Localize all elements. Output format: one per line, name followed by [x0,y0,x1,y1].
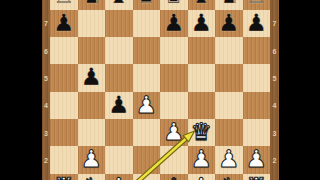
piece-white-king: ♚ [163,174,185,180]
rank-label-3: 3 [270,129,279,136]
square-d4: ♟ [133,92,161,119]
square-a6 [50,37,78,64]
chess-diagram-frame: ♜♞♝♛♚♝♞♜♟♟♟♟♟♟♟♟♟♛♟♟♟♟♜♞♝♚♝♞♜ 87654321 8… [0,0,320,180]
piece-white-rook: ♜ [245,174,267,180]
square-g1: ♞ [215,174,243,180]
piece-white-pawn: ♟ [135,92,157,119]
square-b6 [78,37,106,64]
rank-label-4: 4 [42,102,50,109]
square-c3 [105,119,133,146]
rank-label-2: 2 [42,157,50,164]
rank-label-5: 5 [42,75,50,82]
rank-label-3: 3 [42,129,50,136]
square-g4 [215,92,243,119]
square-h6 [243,37,271,64]
piece-black-pawn: ♟ [163,10,185,37]
square-b4 [78,92,106,119]
square-a5 [50,64,78,91]
square-g7: ♟ [215,10,243,37]
square-b7 [78,10,106,37]
square-a8: ♜ [50,0,78,10]
square-c8: ♝ [105,0,133,10]
piece-white-knight: ♞ [218,174,240,180]
piece-white-knight: ♞ [80,174,102,180]
square-b8: ♞ [78,0,106,10]
piece-white-pawn: ♟ [190,146,212,173]
piece-black-pawn: ♟ [218,10,240,37]
square-c2 [105,146,133,173]
square-f4 [188,92,216,119]
letterbox-right [279,0,320,180]
square-a3 [50,119,78,146]
rank-labels-right: 87654321 [270,0,279,180]
square-g3 [215,119,243,146]
rank-label-5: 5 [270,75,279,82]
square-h4 [243,92,271,119]
piece-white-pawn: ♟ [80,146,102,173]
square-b2: ♟ [78,146,106,173]
piece-white-queen: ♛ [190,119,212,146]
piece-black-rook: ♜ [245,0,267,10]
letterbox-left [0,0,42,180]
square-e4 [160,92,188,119]
piece-black-bishop: ♝ [190,0,212,10]
square-g8: ♞ [215,0,243,10]
piece-white-bishop: ♝ [108,174,130,180]
square-d3 [133,119,161,146]
piece-black-king: ♚ [163,0,185,10]
square-e1: ♚ [160,174,188,180]
square-h8: ♜ [243,0,271,10]
square-e3: ♟ [160,119,188,146]
square-b3 [78,119,106,146]
square-h5 [243,64,271,91]
square-g2: ♟ [215,146,243,173]
piece-white-pawn: ♟ [163,119,185,146]
square-a7: ♟ [50,10,78,37]
rank-label-6: 6 [42,47,50,54]
square-c7 [105,10,133,37]
piece-black-bishop: ♝ [108,0,130,10]
square-c5 [105,64,133,91]
rank-labels-left: 87654321 [42,0,50,180]
rank-label-2: 2 [270,157,279,164]
square-e5 [160,64,188,91]
square-b1: ♞ [78,174,106,180]
square-a4 [50,92,78,119]
board-grid: ♜♞♝♛♚♝♞♜♟♟♟♟♟♟♟♟♟♛♟♟♟♟♜♞♝♚♝♞♜ [50,0,270,180]
square-g6 [215,37,243,64]
square-f7: ♟ [188,10,216,37]
square-d2 [133,146,161,173]
piece-white-pawn: ♟ [218,146,240,173]
square-d5 [133,64,161,91]
square-d1 [133,174,161,180]
square-c6 [105,37,133,64]
square-d8: ♛ [133,0,161,10]
square-h7: ♟ [243,10,271,37]
square-e8: ♚ [160,0,188,10]
square-e2 [160,146,188,173]
piece-white-rook: ♜ [53,174,75,180]
piece-black-queen: ♛ [135,0,157,10]
piece-black-pawn: ♟ [53,10,75,37]
square-d6 [133,37,161,64]
square-h1: ♜ [243,174,271,180]
rank-label-7: 7 [270,20,279,27]
piece-white-pawn: ♟ [245,146,267,173]
rank-label-6: 6 [270,47,279,54]
square-h3 [243,119,271,146]
square-c4: ♟ [105,92,133,119]
square-h2: ♟ [243,146,271,173]
square-e7: ♟ [160,10,188,37]
piece-black-knight: ♞ [218,0,240,10]
square-f1: ♝ [188,174,216,180]
rank-label-7: 7 [42,20,50,27]
square-g5 [215,64,243,91]
square-a2 [50,146,78,173]
square-f6 [188,37,216,64]
square-f8: ♝ [188,0,216,10]
piece-black-pawn: ♟ [80,64,102,91]
piece-black-pawn: ♟ [108,92,130,119]
square-f3: ♛ [188,119,216,146]
rank-label-4: 4 [270,102,279,109]
piece-black-knight: ♞ [80,0,102,10]
piece-black-pawn: ♟ [190,10,212,37]
square-e6 [160,37,188,64]
piece-black-rook: ♜ [53,0,75,10]
piece-black-pawn: ♟ [245,10,267,37]
chess-board: ♜♞♝♛♚♝♞♜♟♟♟♟♟♟♟♟♟♛♟♟♟♟♜♞♝♚♝♞♜ 87654321 8… [42,0,279,180]
square-c1: ♝ [105,174,133,180]
square-f2: ♟ [188,146,216,173]
square-a1: ♜ [50,174,78,180]
piece-white-bishop: ♝ [190,174,212,180]
square-f5 [188,64,216,91]
square-d7 [133,10,161,37]
square-b5: ♟ [78,64,106,91]
